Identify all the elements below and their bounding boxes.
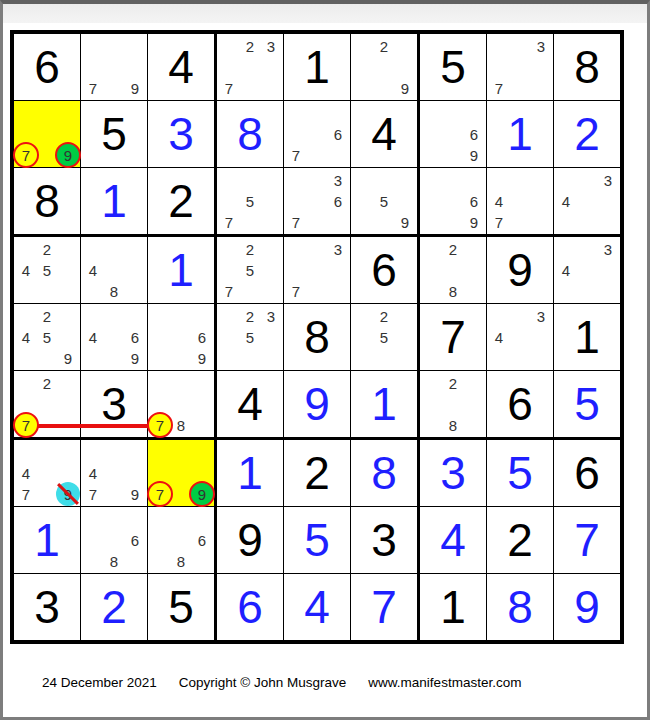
- cell-r8c3[interactable]: 68: [148, 507, 217, 574]
- given-digit: 5: [148, 574, 214, 640]
- cell-r1c9[interactable]: 8: [554, 34, 620, 101]
- cell-r9c7[interactable]: 1: [420, 574, 487, 640]
- given-digit: 5: [81, 101, 147, 167]
- candidate-6: 6: [191, 529, 213, 551]
- cell-r9c6[interactable]: 7: [351, 574, 420, 640]
- given-digit: 1: [554, 304, 620, 370]
- footer-date: 24 December 2021: [42, 675, 157, 690]
- candidate-3: 3: [327, 238, 349, 260]
- cell-r7c4[interactable]: 1: [217, 440, 284, 507]
- cell-r1c4[interactable]: 237: [217, 34, 284, 101]
- given-digit: 2: [284, 440, 350, 506]
- cell-r8c2[interactable]: 68: [81, 507, 148, 574]
- solved-digit: 1: [148, 237, 214, 303]
- candidate-3: 3: [530, 305, 552, 327]
- cell-r7c5[interactable]: 2: [284, 440, 351, 507]
- candidate-7: 7: [82, 483, 104, 505]
- given-digit: 8: [284, 304, 350, 370]
- candidate-7: 7: [285, 280, 307, 302]
- solved-digit: 5: [554, 371, 620, 437]
- cell-r9c9[interactable]: 9: [554, 574, 620, 640]
- candidate-8: 8: [170, 414, 192, 436]
- solved-digit: 6: [217, 574, 283, 640]
- cell-r3c1[interactable]: 8: [14, 168, 81, 237]
- candidate-7-yellow-circle: 7: [13, 412, 39, 438]
- given-digit: 9: [217, 507, 283, 573]
- cell-r4c8[interactable]: 9: [487, 237, 554, 304]
- candidate-6: 6: [327, 123, 349, 145]
- candidate-8: 8: [103, 550, 125, 572]
- cell-r8c8[interactable]: 2: [487, 507, 554, 574]
- candidate-9: 9: [124, 77, 146, 99]
- given-digit: 9: [487, 237, 553, 303]
- candidate-5: 5: [36, 326, 58, 348]
- candidate-2: 2: [239, 35, 261, 57]
- candidate-8: 8: [442, 280, 464, 302]
- candidate-6: 6: [124, 529, 146, 551]
- solved-digit: 8: [351, 440, 417, 506]
- cell-r6c2[interactable]: 3: [81, 371, 148, 440]
- candidate-4: 4: [82, 326, 104, 348]
- cell-r5c9[interactable]: 1: [554, 304, 620, 371]
- candidate-7: 7: [285, 144, 307, 166]
- cell-r2c4[interactable]: 8: [217, 101, 284, 168]
- solved-digit: 4: [420, 507, 486, 573]
- given-digit: 6: [14, 34, 80, 100]
- candidate-7-ring-circle: 7: [147, 481, 173, 507]
- sudoku-board: 6794237129537879538674691281257367596947…: [10, 30, 624, 644]
- cell-r3c3[interactable]: 2: [148, 168, 217, 237]
- cell-r2c1[interactable]: 79: [14, 101, 81, 168]
- candidate-9-green-circle: 9: [189, 481, 215, 507]
- cell-r1c8[interactable]: 37: [487, 34, 554, 101]
- candidate-3: 3: [530, 35, 552, 57]
- candidate-7: 7: [285, 211, 307, 233]
- given-digit: 4: [217, 371, 283, 437]
- cell-r7c2[interactable]: 479: [81, 440, 148, 507]
- candidate-7: 7: [218, 77, 240, 99]
- candidate-7: 7: [218, 211, 240, 233]
- candidate-3: 3: [597, 169, 619, 191]
- given-digit: 1: [284, 34, 350, 100]
- candidate-4: 4: [15, 462, 37, 484]
- cell-r6c3[interactable]: 78: [148, 371, 217, 440]
- cell-r1c5[interactable]: 1: [284, 34, 351, 101]
- cell-r5c1[interactable]: 2459: [14, 304, 81, 371]
- solved-digit: 1: [81, 168, 147, 234]
- solved-digit: 8: [217, 101, 283, 167]
- chain-link-line: [25, 424, 159, 428]
- cell-r2c3[interactable]: 3: [148, 101, 217, 168]
- cell-r7c3[interactable]: 79: [148, 440, 217, 507]
- candidate-7: 7: [82, 77, 104, 99]
- candidate-4: 4: [15, 259, 37, 281]
- candidate-2: 2: [373, 305, 395, 327]
- solved-digit: 8: [487, 574, 553, 640]
- given-digit: 2: [148, 168, 214, 234]
- given-digit: 4: [148, 34, 214, 100]
- candidate-9: 9: [124, 483, 146, 505]
- candidate-2: 2: [442, 372, 464, 394]
- given-digit: 8: [554, 34, 620, 100]
- app-window: 6794237129537879538674691281257367596947…: [0, 0, 650, 720]
- cell-r6c8[interactable]: 6: [487, 371, 554, 440]
- solved-digit: 5: [284, 507, 350, 573]
- cell-r2c7[interactable]: 69: [420, 101, 487, 168]
- candidate-9: 9: [463, 211, 485, 233]
- candidate-2: 2: [36, 305, 58, 327]
- solved-digit: 5: [487, 440, 553, 506]
- cell-r8c7[interactable]: 4: [420, 507, 487, 574]
- candidate-9: 9: [394, 77, 416, 99]
- given-digit: 7: [420, 304, 486, 370]
- cell-r9c1[interactable]: 3: [14, 574, 81, 640]
- cell-r6c4[interactable]: 4: [217, 371, 284, 440]
- cell-r7c1[interactable]: 479: [14, 440, 81, 507]
- cell-r8c4[interactable]: 9: [217, 507, 284, 574]
- candidate-5: 5: [239, 326, 261, 348]
- candidate-4: 4: [488, 190, 510, 212]
- content-area: 6794237129537879538674691281257367596947…: [3, 23, 647, 717]
- cell-r2c5[interactable]: 67: [284, 101, 351, 168]
- solved-digit: 7: [554, 507, 620, 573]
- candidate-6: 6: [463, 123, 485, 145]
- candidate-4: 4: [555, 190, 577, 212]
- cell-r3c2[interactable]: 1: [81, 168, 148, 237]
- solved-digit: 9: [554, 574, 620, 640]
- candidate-2: 2: [239, 305, 261, 327]
- candidate-9-green-circle: 9: [55, 142, 81, 168]
- cell-r5c5[interactable]: 8: [284, 304, 351, 371]
- given-digit: 3: [14, 574, 80, 640]
- candidate-3: 3: [327, 169, 349, 191]
- solved-digit: 7: [351, 574, 417, 640]
- solved-digit: 1: [487, 101, 553, 167]
- candidate-3: 3: [260, 305, 282, 327]
- cell-r3c6[interactable]: 59: [351, 168, 420, 237]
- solved-digit: 1: [14, 507, 80, 573]
- solved-digit: 2: [554, 101, 620, 167]
- given-digit: 2: [487, 507, 553, 573]
- given-digit: 3: [351, 507, 417, 573]
- candidate-8: 8: [103, 280, 125, 302]
- cell-r4c9[interactable]: 34: [554, 237, 620, 304]
- candidate-5: 5: [373, 326, 395, 348]
- cell-r5c6[interactable]: 25: [351, 304, 420, 371]
- cell-r6c6[interactable]: 1: [351, 371, 420, 440]
- solved-digit: 1: [351, 371, 417, 437]
- candidate-7: 7: [488, 211, 510, 233]
- footer-caption: 24 December 2021 Copyright © John Musgra…: [42, 675, 521, 690]
- solved-digit: 9: [284, 371, 350, 437]
- cell-r1c3[interactable]: 4: [148, 34, 217, 101]
- cell-r4c4[interactable]: 257: [217, 237, 284, 304]
- cell-r9c8[interactable]: 8: [487, 574, 554, 640]
- candidate-6: 6: [191, 326, 213, 348]
- candidate-4: 4: [15, 326, 37, 348]
- cell-r2c2[interactable]: 5: [81, 101, 148, 168]
- cell-r4c7[interactable]: 28: [420, 237, 487, 304]
- cell-r6c5[interactable]: 9: [284, 371, 351, 440]
- candidate-9-cyan-circle: 9: [56, 482, 80, 506]
- cell-r1c7[interactable]: 5: [420, 34, 487, 101]
- cell-r7c7[interactable]: 3: [420, 440, 487, 507]
- candidate-4: 4: [82, 259, 104, 281]
- cell-r5c4[interactable]: 235: [217, 304, 284, 371]
- cell-r5c8[interactable]: 34: [487, 304, 554, 371]
- solved-digit: 4: [284, 574, 350, 640]
- candidate-2: 2: [36, 238, 58, 260]
- cell-r4c6[interactable]: 6: [351, 237, 420, 304]
- window-titlebar: [3, 4, 647, 23]
- cell-r3c5[interactable]: 367: [284, 168, 351, 237]
- candidate-4: 4: [488, 326, 510, 348]
- candidate-5: 5: [373, 190, 395, 212]
- candidate-4: 4: [555, 259, 577, 281]
- candidate-9: 9: [191, 347, 213, 369]
- candidate-7: 7: [488, 77, 510, 99]
- solved-digit: 2: [81, 574, 147, 640]
- cell-r4c1[interactable]: 245: [14, 237, 81, 304]
- footer-website: www.manifestmaster.com: [368, 675, 521, 690]
- candidate-3: 3: [597, 238, 619, 260]
- candidate-6: 6: [124, 326, 146, 348]
- cell-r1c2[interactable]: 79: [81, 34, 148, 101]
- candidate-9: 9: [463, 144, 485, 166]
- cell-r2c8[interactable]: 1: [487, 101, 554, 168]
- candidate-5: 5: [36, 259, 58, 281]
- given-digit: 1: [420, 574, 486, 640]
- cell-r3c4[interactable]: 57: [217, 168, 284, 237]
- cell-r4c3[interactable]: 1: [148, 237, 217, 304]
- cell-r8c6[interactable]: 3: [351, 507, 420, 574]
- candidate-6: 6: [463, 190, 485, 212]
- candidate-5: 5: [239, 190, 261, 212]
- cell-r8c9[interactable]: 7: [554, 507, 620, 574]
- cell-r9c2[interactable]: 2: [81, 574, 148, 640]
- cell-r9c4[interactable]: 6: [217, 574, 284, 640]
- given-digit: 6: [351, 237, 417, 303]
- cell-r8c1[interactable]: 1: [14, 507, 81, 574]
- candidate-9: 9: [394, 211, 416, 233]
- given-digit: 8: [14, 168, 80, 234]
- candidate-7: 7: [15, 483, 37, 505]
- cell-r6c7[interactable]: 28: [420, 371, 487, 440]
- cell-r8c5[interactable]: 5: [284, 507, 351, 574]
- candidate-9: 9: [57, 347, 79, 369]
- candidate-2: 2: [36, 372, 58, 394]
- solved-digit: 3: [420, 440, 486, 506]
- candidate-8: 8: [170, 550, 192, 572]
- given-digit: 5: [420, 34, 486, 100]
- candidate-7-ring-circle: 7: [13, 142, 39, 168]
- cell-r9c5[interactable]: 4: [284, 574, 351, 640]
- candidate-2: 2: [373, 35, 395, 57]
- footer-copyright: Copyright © John Musgrave: [179, 675, 347, 690]
- cell-r2c9[interactable]: 2: [554, 101, 620, 168]
- cell-r7c6[interactable]: 8: [351, 440, 420, 507]
- cell-r4c2[interactable]: 48: [81, 237, 148, 304]
- solved-digit: 1: [217, 440, 283, 506]
- cell-r1c1[interactable]: 6: [14, 34, 81, 101]
- cell-r7c8[interactable]: 5: [487, 440, 554, 507]
- candidate-6: 6: [327, 190, 349, 212]
- cell-r7c9[interactable]: 6: [554, 440, 620, 507]
- cell-r5c2[interactable]: 469: [81, 304, 148, 371]
- cell-r6c9[interactable]: 5: [554, 371, 620, 440]
- given-digit: 6: [487, 371, 553, 437]
- cell-r5c3[interactable]: 69: [148, 304, 217, 371]
- candidate-4: 4: [82, 462, 104, 484]
- candidate-3: 3: [260, 35, 282, 57]
- cell-r3c9[interactable]: 34: [554, 168, 620, 237]
- cell-r3c7[interactable]: 69: [420, 168, 487, 237]
- cell-r3c8[interactable]: 47: [487, 168, 554, 237]
- cell-r9c3[interactable]: 5: [148, 574, 217, 640]
- cell-r2c6[interactable]: 4: [351, 101, 420, 168]
- candidate-2: 2: [442, 238, 464, 260]
- candidate-7: 7: [218, 280, 240, 302]
- given-digit: 4: [351, 101, 417, 167]
- candidate-5: 5: [239, 259, 261, 281]
- cell-r4c5[interactable]: 37: [284, 237, 351, 304]
- given-digit: 6: [554, 440, 620, 506]
- cell-r1c6[interactable]: 29: [351, 34, 420, 101]
- cell-r5c7[interactable]: 7: [420, 304, 487, 371]
- candidate-9: 9: [124, 347, 146, 369]
- candidate-8: 8: [442, 414, 464, 436]
- candidate-2: 2: [239, 238, 261, 260]
- solved-digit: 3: [148, 101, 214, 167]
- cell-r6c1[interactable]: 27: [14, 371, 81, 440]
